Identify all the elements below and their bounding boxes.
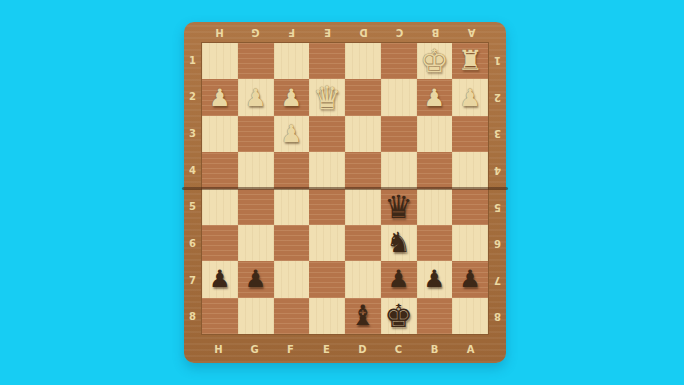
square-a7[interactable]: ♟ — [452, 261, 488, 297]
square-g5[interactable] — [238, 189, 274, 225]
square-e1[interactable] — [309, 43, 345, 79]
black-pawn-a7: ♟ — [459, 267, 481, 291]
white-pawn-a2: ♟ — [459, 86, 481, 110]
square-c1[interactable] — [381, 43, 417, 79]
square-d5[interactable] — [345, 189, 381, 225]
square-b2[interactable]: ♟ — [417, 79, 453, 115]
rank-label-left-3: 3 — [184, 115, 201, 152]
square-b1[interactable]: ♚ — [417, 43, 453, 79]
rank-label-right-8: 8 — [489, 298, 506, 335]
square-g4[interactable] — [238, 152, 274, 188]
scene-background: HGFEDCBA 12345678 12345678 HGFEDCBA ♚♜♟♟… — [0, 0, 684, 385]
file-label-bottom-f: F — [273, 341, 309, 359]
rank-label-right-1: 1 — [489, 42, 506, 79]
rank-label-right-7: 7 — [489, 262, 506, 299]
rank-label-right-4: 4 — [489, 152, 506, 189]
black-king-c8: ♚ — [384, 300, 413, 332]
square-g6[interactable] — [238, 225, 274, 261]
square-g8[interactable] — [238, 298, 274, 334]
square-e5[interactable] — [309, 189, 345, 225]
square-f2[interactable]: ♟ — [274, 79, 310, 115]
square-e8[interactable] — [309, 298, 345, 334]
square-a3[interactable] — [452, 116, 488, 152]
square-c3[interactable] — [381, 116, 417, 152]
white-pawn-h2: ♟ — [209, 86, 231, 110]
square-d6[interactable] — [345, 225, 381, 261]
square-b5[interactable] — [417, 189, 453, 225]
square-h4[interactable] — [202, 152, 238, 188]
square-g7[interactable]: ♟ — [238, 261, 274, 297]
file-label-bottom-c: C — [381, 341, 417, 359]
square-a5[interactable] — [452, 189, 488, 225]
square-d2[interactable] — [345, 79, 381, 115]
square-d3[interactable] — [345, 116, 381, 152]
square-c4[interactable] — [381, 152, 417, 188]
square-b8[interactable] — [417, 298, 453, 334]
square-h8[interactable] — [202, 298, 238, 334]
square-h6[interactable] — [202, 225, 238, 261]
square-c5[interactable]: ♛ — [381, 189, 417, 225]
square-a8[interactable] — [452, 298, 488, 334]
rank-label-right-6: 6 — [489, 225, 506, 262]
file-label-top-a: A — [453, 24, 489, 41]
square-g1[interactable] — [238, 43, 274, 79]
white-pawn-f2: ♟ — [281, 86, 303, 110]
white-queen-e2: ♛ — [313, 82, 342, 114]
square-d1[interactable] — [345, 43, 381, 79]
black-queen-c5: ♛ — [384, 191, 413, 223]
square-f3[interactable]: ♟ — [274, 116, 310, 152]
rank-label-left-6: 6 — [184, 225, 201, 262]
black-pawn-h7: ♟ — [209, 267, 231, 291]
square-f4[interactable] — [274, 152, 310, 188]
square-f8[interactable] — [274, 298, 310, 334]
square-h7[interactable]: ♟ — [202, 261, 238, 297]
square-b6[interactable] — [417, 225, 453, 261]
file-label-bottom-a: A — [453, 341, 489, 359]
file-label-top-b: B — [417, 24, 453, 41]
square-g2[interactable]: ♟ — [238, 79, 274, 115]
file-label-top-c: C — [381, 24, 417, 41]
square-b4[interactable] — [417, 152, 453, 188]
rank-label-right-2: 2 — [489, 79, 506, 116]
square-h1[interactable] — [202, 43, 238, 79]
file-label-top-e: E — [309, 24, 345, 41]
rank-label-left-7: 7 — [184, 262, 201, 299]
white-pawn-f3: ♟ — [281, 122, 303, 146]
square-c8[interactable]: ♚ — [381, 298, 417, 334]
file-labels-bottom: HGFEDCBA — [201, 341, 489, 359]
file-label-bottom-b: B — [417, 341, 453, 359]
square-c2[interactable] — [381, 79, 417, 115]
square-f1[interactable] — [274, 43, 310, 79]
file-label-top-d: D — [345, 24, 381, 41]
rank-label-left-5: 5 — [184, 189, 201, 226]
square-d8[interactable]: ♝ — [345, 298, 381, 334]
square-d4[interactable] — [345, 152, 381, 188]
square-h5[interactable] — [202, 189, 238, 225]
rank-label-left-4: 4 — [184, 152, 201, 189]
square-f6[interactable] — [274, 225, 310, 261]
white-king-b1: ♚ — [420, 45, 449, 77]
black-pawn-c7: ♟ — [388, 267, 410, 291]
rank-label-right-5: 5 — [489, 189, 506, 226]
file-label-top-g: G — [237, 24, 273, 41]
square-g3[interactable] — [238, 116, 274, 152]
square-a6[interactable] — [452, 225, 488, 261]
file-label-bottom-d: D — [345, 341, 381, 359]
square-e6[interactable] — [309, 225, 345, 261]
square-a1[interactable]: ♜ — [452, 43, 488, 79]
square-e2[interactable]: ♛ — [309, 79, 345, 115]
chess-board: HGFEDCBA 12345678 12345678 HGFEDCBA ♚♜♟♟… — [184, 22, 506, 363]
rank-label-left-2: 2 — [184, 79, 201, 116]
square-d7[interactable] — [345, 261, 381, 297]
rank-label-left-1: 1 — [184, 42, 201, 79]
black-bishop-d8: ♝ — [350, 302, 375, 330]
square-f7[interactable] — [274, 261, 310, 297]
rank-label-right-3: 3 — [489, 115, 506, 152]
square-b3[interactable] — [417, 116, 453, 152]
file-labels-top: HGFEDCBA — [201, 24, 489, 41]
file-label-bottom-e: E — [309, 341, 345, 359]
square-f5[interactable] — [274, 189, 310, 225]
square-a2[interactable]: ♟ — [452, 79, 488, 115]
rank-label-left-8: 8 — [184, 298, 201, 335]
square-h3[interactable] — [202, 116, 238, 152]
file-label-bottom-g: G — [237, 341, 273, 359]
file-label-top-h: H — [201, 24, 237, 41]
square-e7[interactable] — [309, 261, 345, 297]
square-c6[interactable]: ♞ — [381, 225, 417, 261]
square-e3[interactable] — [309, 116, 345, 152]
square-b7[interactable]: ♟ — [417, 261, 453, 297]
board-hinge-seam — [182, 187, 508, 190]
black-pawn-g7: ♟ — [245, 267, 267, 291]
file-label-bottom-h: H — [201, 341, 237, 359]
black-knight-c6: ♞ — [386, 229, 411, 257]
white-rook-a1: ♜ — [458, 47, 483, 75]
square-e4[interactable] — [309, 152, 345, 188]
square-h2[interactable]: ♟ — [202, 79, 238, 115]
file-label-top-f: F — [273, 24, 309, 41]
white-pawn-b2: ♟ — [424, 86, 446, 110]
square-c7[interactable]: ♟ — [381, 261, 417, 297]
black-pawn-b7: ♟ — [424, 267, 446, 291]
square-a4[interactable] — [452, 152, 488, 188]
white-pawn-g2: ♟ — [245, 86, 267, 110]
